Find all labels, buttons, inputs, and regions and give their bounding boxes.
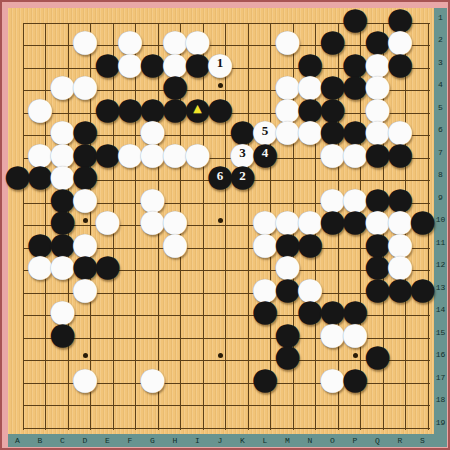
stone-Q16: ●	[366, 344, 389, 367]
move-number-label-3: 3	[231, 141, 254, 164]
move-number-label-5: 5	[254, 119, 277, 142]
star-point-D10	[83, 218, 88, 223]
stone-L17: ●	[254, 366, 277, 389]
move-number-label-1: 1	[209, 51, 232, 74]
stone-E12: ●	[96, 254, 119, 277]
coord-label-col-M: M	[285, 437, 290, 445]
star-point-J4	[218, 83, 223, 88]
stone-R7: ●	[389, 141, 412, 164]
coord-label-row-4: 4	[438, 81, 443, 89]
coord-label-row-9: 9	[438, 194, 443, 202]
stone-R3: ●	[389, 51, 412, 74]
star-point-J10	[218, 218, 223, 223]
coord-label-row-8: 8	[438, 171, 443, 179]
coord-label-col-P: P	[353, 437, 358, 445]
coord-label-col-E: E	[105, 437, 110, 445]
coord-label-row-16: 16	[436, 351, 446, 359]
coord-label-col-C: C	[60, 437, 65, 445]
coord-label-col-Q: Q	[375, 437, 380, 445]
coord-label-row-18: 18	[436, 396, 446, 404]
stone-D17: ●	[74, 366, 97, 389]
coord-label-row-10: 10	[436, 216, 446, 224]
stone-N11: ●	[299, 231, 322, 254]
stone-G17: ●	[141, 366, 164, 389]
coord-label-col-S: S	[420, 437, 425, 445]
coord-label-col-L: L	[263, 437, 268, 445]
coord-label-row-2: 2	[438, 36, 443, 44]
coord-label-col-R: R	[398, 437, 403, 445]
coord-label-row-15: 15	[436, 329, 446, 337]
coord-label-col-D: D	[83, 437, 88, 445]
coord-label-row-17: 17	[436, 374, 446, 382]
coord-label-col-I: I	[195, 437, 200, 445]
coord-label-row-11: 11	[436, 239, 446, 247]
coord-label-col-A: A	[15, 437, 20, 445]
coord-label-col-F: F	[128, 437, 133, 445]
stone-S13: ●	[411, 276, 434, 299]
coord-label-row-6: 6	[438, 126, 443, 134]
stone-P17: ●	[344, 366, 367, 389]
star-point-P16	[353, 353, 358, 358]
coord-label-col-J: J	[218, 437, 223, 445]
move-number-label-4: 4	[254, 141, 277, 164]
coord-label-row-5: 5	[438, 104, 443, 112]
move-number-label-2: 2	[231, 164, 254, 187]
triangle-marker-icon: ▲	[186, 96, 209, 119]
coord-label-col-G: G	[150, 437, 155, 445]
stone-S10: ●	[411, 209, 434, 232]
coord-label-col-H: H	[173, 437, 178, 445]
stone-H11: ●	[164, 231, 187, 254]
coord-label-row-12: 12	[436, 261, 446, 269]
coord-label-row-14: 14	[436, 306, 446, 314]
stone-D13: ●	[74, 276, 97, 299]
coord-label-row-19: 19	[436, 419, 446, 427]
coord-label-row-13: 13	[436, 284, 446, 292]
stone-C15: ●	[51, 321, 74, 344]
coord-label-row-7: 7	[438, 149, 443, 157]
stone-M16: ●	[276, 344, 299, 367]
coord-label-col-B: B	[38, 437, 43, 445]
star-point-J16	[218, 353, 223, 358]
coord-label-col-K: K	[240, 437, 245, 445]
go-board-frame: ●●●●●●●●●●●●●●●●●●●●●●●●●●●●●●●●●●●●●●●●…	[0, 0, 450, 450]
stone-E10: ●	[96, 209, 119, 232]
coord-label-col-N: N	[308, 437, 313, 445]
star-point-D16	[83, 353, 88, 358]
coord-label-col-O: O	[330, 437, 335, 445]
coord-label-row-1: 1	[438, 14, 443, 22]
move-number-label-6: 6	[209, 164, 232, 187]
coord-label-row-3: 3	[438, 59, 443, 67]
